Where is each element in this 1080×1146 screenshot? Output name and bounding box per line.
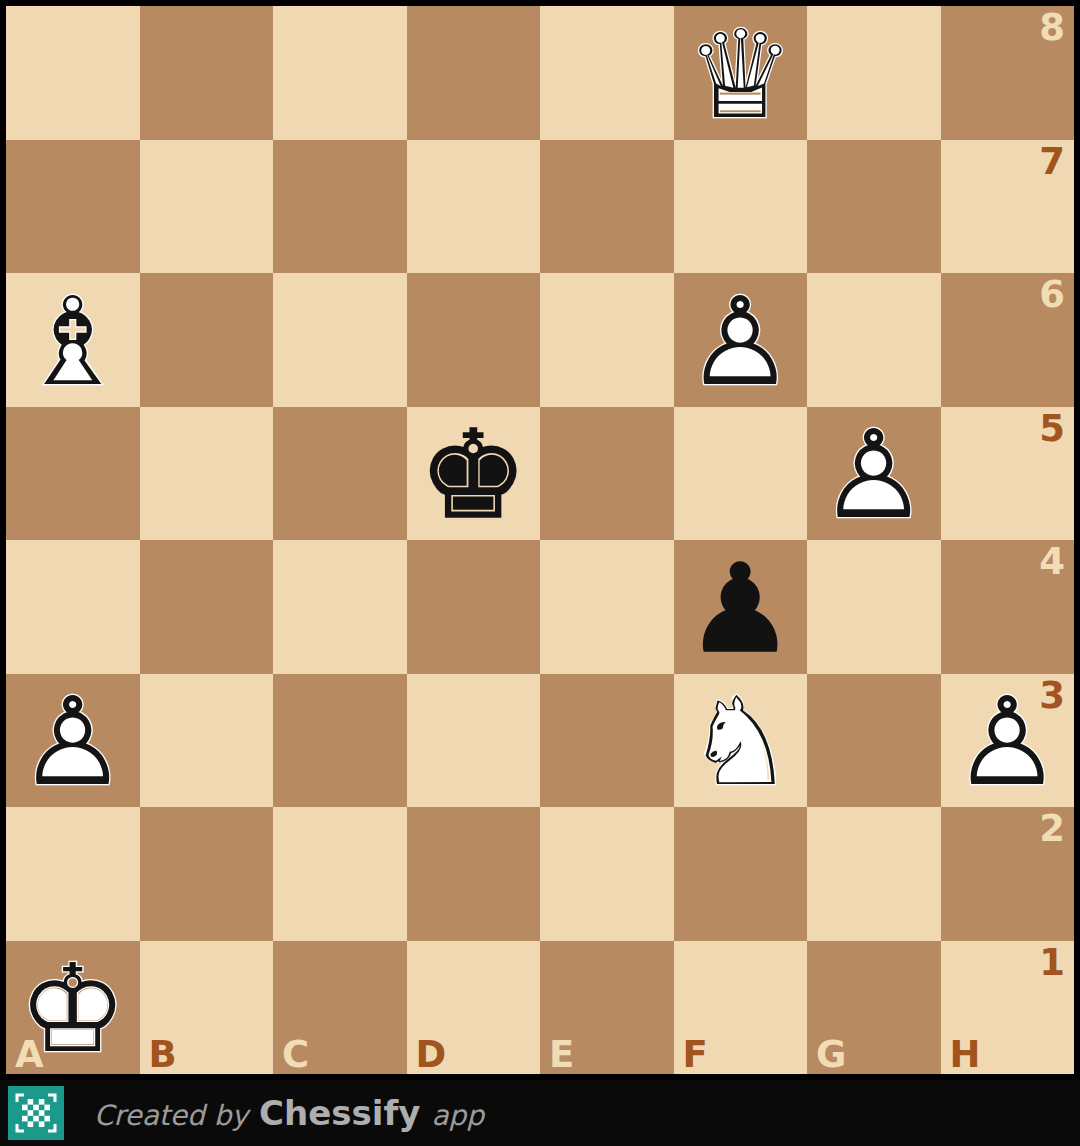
square-d6 bbox=[407, 273, 541, 407]
square-d7 bbox=[407, 140, 541, 274]
square-a8 bbox=[6, 6, 140, 140]
square-a1: A♚♔ bbox=[6, 941, 140, 1075]
piece-white-queen-f8: ♛♕ bbox=[674, 6, 808, 140]
piece-white-pawn-h3: ♟♙ bbox=[941, 674, 1075, 808]
square-b5 bbox=[140, 407, 274, 541]
file-label-d: D bbox=[416, 1036, 447, 1073]
square-h1: H1 bbox=[941, 941, 1075, 1075]
square-d4 bbox=[407, 540, 541, 674]
square-b8 bbox=[140, 6, 274, 140]
chess-board: ♛♕87♝♗♟♙6♚♟♙5♟4♟♙♞♘3♟♙2A♚♔BCDEFGH1 bbox=[0, 0, 1080, 1080]
square-h7: 7 bbox=[941, 140, 1075, 274]
board-grid: ♛♕87♝♗♟♙6♚♟♙5♟4♟♙♞♘3♟♙2A♚♔BCDEFGH1 bbox=[6, 6, 1074, 1074]
square-g6 bbox=[807, 273, 941, 407]
square-f7 bbox=[674, 140, 808, 274]
white-king-outline-glyph: ♔ bbox=[18, 949, 127, 1071]
square-c8 bbox=[273, 6, 407, 140]
square-g1: G bbox=[807, 941, 941, 1075]
square-b4 bbox=[140, 540, 274, 674]
file-label-c: C bbox=[282, 1036, 309, 1073]
square-a4 bbox=[6, 540, 140, 674]
square-d3 bbox=[407, 674, 541, 808]
square-f4: ♟ bbox=[674, 540, 808, 674]
square-b6 bbox=[140, 273, 274, 407]
square-g2 bbox=[807, 807, 941, 941]
square-b7 bbox=[140, 140, 274, 274]
square-e2 bbox=[540, 807, 674, 941]
piece-black-pawn-f4: ♟ bbox=[674, 540, 808, 674]
square-f6: ♟♙ bbox=[674, 273, 808, 407]
square-h3: 3♟♙ bbox=[941, 674, 1075, 808]
white-knight-outline-glyph: ♘ bbox=[686, 682, 795, 804]
square-a2 bbox=[6, 807, 140, 941]
footer-bar: Created by Chessify app bbox=[0, 1080, 1080, 1146]
square-h4: 4 bbox=[941, 540, 1075, 674]
rank-label-2: 2 bbox=[1039, 810, 1065, 847]
white-bishop-outline-glyph: ♗ bbox=[18, 281, 127, 403]
credit-text: Created by Chessify app bbox=[94, 1093, 484, 1133]
white-pawn-outline-glyph: ♙ bbox=[686, 281, 795, 403]
square-b3 bbox=[140, 674, 274, 808]
square-c7 bbox=[273, 140, 407, 274]
square-f2 bbox=[674, 807, 808, 941]
square-h6: 6 bbox=[941, 273, 1075, 407]
piece-white-pawn-f6: ♟♙ bbox=[674, 273, 808, 407]
square-f8: ♛♕ bbox=[674, 6, 808, 140]
square-c2 bbox=[273, 807, 407, 941]
square-g8 bbox=[807, 6, 941, 140]
square-d5: ♚ bbox=[407, 407, 541, 541]
black-pawn-glyph: ♟ bbox=[686, 548, 795, 670]
square-e4 bbox=[540, 540, 674, 674]
square-f1: F bbox=[674, 941, 808, 1075]
square-b2 bbox=[140, 807, 274, 941]
piece-white-pawn-g5: ♟♙ bbox=[807, 407, 941, 541]
piece-white-pawn-a3: ♟♙ bbox=[6, 674, 140, 808]
square-e8 bbox=[540, 6, 674, 140]
white-pawn-outline-glyph: ♙ bbox=[953, 682, 1062, 804]
file-label-g: G bbox=[816, 1036, 846, 1073]
rank-label-5: 5 bbox=[1039, 410, 1065, 447]
square-c1: C bbox=[273, 941, 407, 1075]
white-queen-outline-glyph: ♕ bbox=[686, 14, 795, 136]
square-e1: E bbox=[540, 941, 674, 1075]
square-c6 bbox=[273, 273, 407, 407]
file-label-e: E bbox=[549, 1036, 574, 1073]
square-g4 bbox=[807, 540, 941, 674]
created-by-text: Created by bbox=[94, 1099, 248, 1132]
square-g7 bbox=[807, 140, 941, 274]
square-h5: 5 bbox=[941, 407, 1075, 541]
black-king-glyph: ♚ bbox=[419, 415, 528, 537]
square-a5 bbox=[6, 407, 140, 541]
piece-white-king-a1: ♚♔ bbox=[6, 941, 140, 1075]
rank-label-7: 7 bbox=[1039, 143, 1065, 180]
rank-label-1: 1 bbox=[1039, 944, 1065, 981]
square-e5 bbox=[540, 407, 674, 541]
square-b1: B bbox=[140, 941, 274, 1075]
white-pawn-outline-glyph: ♙ bbox=[18, 682, 127, 804]
rank-label-8: 8 bbox=[1039, 9, 1065, 46]
piece-white-knight-f3: ♞♘ bbox=[674, 674, 808, 808]
white-pawn-outline-glyph: ♙ bbox=[819, 415, 928, 537]
square-a7 bbox=[6, 140, 140, 274]
file-label-h: H bbox=[950, 1036, 981, 1073]
piece-white-bishop-a6: ♝♗ bbox=[6, 273, 140, 407]
brand-name: Chessify bbox=[259, 1093, 420, 1133]
square-d2 bbox=[407, 807, 541, 941]
square-g5: ♟♙ bbox=[807, 407, 941, 541]
square-d8 bbox=[407, 6, 541, 140]
rank-label-6: 6 bbox=[1039, 276, 1065, 313]
app-text: app bbox=[431, 1099, 484, 1132]
square-a3: ♟♙ bbox=[6, 674, 140, 808]
square-c5 bbox=[273, 407, 407, 541]
square-e3 bbox=[540, 674, 674, 808]
file-label-b: B bbox=[149, 1036, 177, 1073]
rank-label-4: 4 bbox=[1039, 543, 1065, 580]
square-f5 bbox=[674, 407, 808, 541]
square-h2: 2 bbox=[941, 807, 1075, 941]
square-e7 bbox=[540, 140, 674, 274]
square-a6: ♝♗ bbox=[6, 273, 140, 407]
chessboard-scan-icon bbox=[8, 1086, 64, 1140]
square-e6 bbox=[540, 273, 674, 407]
square-f3: ♞♘ bbox=[674, 674, 808, 808]
square-d1: D bbox=[407, 941, 541, 1075]
square-c3 bbox=[273, 674, 407, 808]
square-c4 bbox=[273, 540, 407, 674]
piece-black-king-d5: ♚ bbox=[407, 407, 541, 541]
chess-diagram-page: ♛♕87♝♗♟♙6♚♟♙5♟4♟♙♞♘3♟♙2A♚♔BCDEFGH1 Creat… bbox=[0, 0, 1080, 1146]
square-g3 bbox=[807, 674, 941, 808]
file-label-f: F bbox=[683, 1036, 708, 1073]
square-h8: 8 bbox=[941, 6, 1075, 140]
